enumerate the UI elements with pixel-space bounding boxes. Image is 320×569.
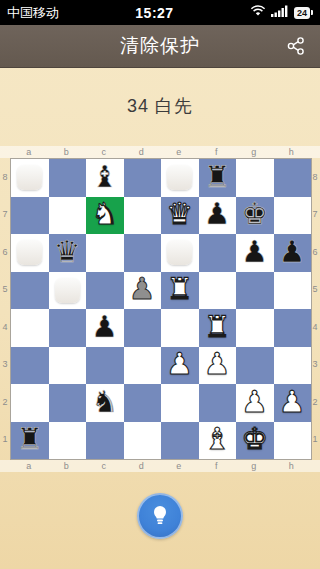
white-bishop-f1[interactable]: ♝ xyxy=(204,424,231,454)
square-g2[interactable]: ♟ xyxy=(236,384,274,422)
square-g5[interactable] xyxy=(236,272,274,310)
battery-level: 24 xyxy=(294,7,310,19)
square-c3[interactable] xyxy=(86,347,124,385)
clock: 15:27 xyxy=(59,5,250,21)
rank-label-5: 5 xyxy=(310,271,320,309)
square-e1[interactable] xyxy=(161,422,199,460)
square-f1[interactable]: ♝ xyxy=(199,422,237,460)
faded-black-pawn-d5[interactable]: ♟ xyxy=(129,274,156,304)
square-d8[interactable] xyxy=(124,159,162,197)
square-a5[interactable] xyxy=(11,272,49,310)
square-h4[interactable] xyxy=(274,309,312,347)
rank-label-6: 6 xyxy=(0,233,10,271)
white-pawn-h2[interactable]: ♟ xyxy=(279,387,306,417)
square-e3[interactable]: ♟ xyxy=(161,347,199,385)
square-f5[interactable] xyxy=(199,272,237,310)
file-label-b: b xyxy=(48,146,86,158)
black-pawn-g6[interactable]: ♟ xyxy=(241,237,268,267)
square-h3[interactable] xyxy=(274,347,312,385)
square-g4[interactable] xyxy=(236,309,274,347)
share-icon xyxy=(286,36,306,56)
rank-label-2: 2 xyxy=(310,383,320,421)
battery-icon: 24 xyxy=(294,7,313,19)
square-d2[interactable] xyxy=(124,384,162,422)
square-g1[interactable]: ♚ xyxy=(236,422,274,460)
square-f6[interactable] xyxy=(199,234,237,272)
lightbulb-icon xyxy=(150,505,170,527)
file-label-h: h xyxy=(273,460,311,472)
rank-labels-right: 87654321 xyxy=(310,158,320,460)
square-a4[interactable] xyxy=(11,309,49,347)
square-f4[interactable]: ♜ xyxy=(199,309,237,347)
white-queen-e7[interactable]: ♛ xyxy=(166,199,193,229)
black-pawn-f7[interactable]: ♟ xyxy=(204,199,231,229)
square-h5[interactable] xyxy=(274,272,312,310)
file-label-c: c xyxy=(85,146,123,158)
file-label-a: a xyxy=(10,146,48,158)
square-c7[interactable]: ♞ xyxy=(86,197,124,235)
file-label-d: d xyxy=(123,460,161,472)
square-c8[interactable]: ♝ xyxy=(86,159,124,197)
rank-label-5: 5 xyxy=(0,271,10,309)
white-pawn-f3[interactable]: ♟ xyxy=(204,349,231,379)
file-label-g: g xyxy=(235,146,273,158)
file-label-h: h xyxy=(273,146,311,158)
square-e7[interactable]: ♛ xyxy=(161,197,199,235)
black-rook-a1[interactable]: ♜ xyxy=(16,424,43,454)
white-pawn-e3[interactable]: ♟ xyxy=(166,349,193,379)
white-king-g1[interactable]: ♚ xyxy=(241,424,268,454)
rank-label-8: 8 xyxy=(0,158,10,196)
page-title: 清除保护 xyxy=(120,33,200,59)
file-label-c: c xyxy=(85,460,123,472)
rank-label-7: 7 xyxy=(310,196,320,234)
black-rook-f8[interactable]: ♜ xyxy=(204,162,231,192)
white-pawn-g2[interactable]: ♟ xyxy=(241,387,268,417)
square-b8[interactable] xyxy=(49,159,87,197)
square-a7[interactable] xyxy=(11,197,49,235)
square-e4[interactable] xyxy=(161,309,199,347)
rank-label-1: 1 xyxy=(0,421,10,459)
hint-button[interactable] xyxy=(137,493,183,539)
file-label-f: f xyxy=(198,460,236,472)
wifi-icon xyxy=(250,5,266,20)
ghost-marker-e6 xyxy=(167,240,192,265)
file-label-e: e xyxy=(160,146,198,158)
ghost-marker-b5 xyxy=(55,278,80,303)
square-h6[interactable]: ♟ xyxy=(274,234,312,272)
file-label-g: g xyxy=(235,460,273,472)
board-area: abcdefgh 87654321 ♝♜♞♛♟♚♛♟♟♟♜♟♜♟♟♞♟♟♜♝♚ … xyxy=(0,146,320,472)
square-b7[interactable] xyxy=(49,197,87,235)
file-label-b: b xyxy=(48,460,86,472)
square-a8[interactable] xyxy=(11,159,49,197)
black-knight-c2[interactable]: ♞ xyxy=(91,387,118,417)
square-d3[interactable] xyxy=(124,347,162,385)
square-g8[interactable] xyxy=(236,159,274,197)
square-d1[interactable] xyxy=(124,422,162,460)
black-queen-b6[interactable]: ♛ xyxy=(54,237,81,267)
square-a6[interactable] xyxy=(11,234,49,272)
rank-label-2: 2 xyxy=(0,383,10,421)
square-b6[interactable]: ♛ xyxy=(49,234,87,272)
square-b5[interactable] xyxy=(49,272,87,310)
square-b3[interactable] xyxy=(49,347,87,385)
file-label-f: f xyxy=(198,146,236,158)
square-d7[interactable] xyxy=(124,197,162,235)
square-c4[interactable]: ♟ xyxy=(86,309,124,347)
rank-label-7: 7 xyxy=(0,196,10,234)
square-e8[interactable] xyxy=(161,159,199,197)
file-labels-top: abcdefgh xyxy=(0,146,320,158)
white-knight-c7[interactable]: ♞ xyxy=(91,199,118,229)
black-pawn-c4[interactable]: ♟ xyxy=(91,312,118,342)
file-label-d: d xyxy=(123,146,161,158)
ghost-marker-a6 xyxy=(17,240,42,265)
square-g6[interactable]: ♟ xyxy=(236,234,274,272)
file-label-a: a xyxy=(10,460,48,472)
square-g7[interactable]: ♚ xyxy=(236,197,274,235)
square-f3[interactable]: ♟ xyxy=(199,347,237,385)
rank-label-8: 8 xyxy=(310,158,320,196)
square-e5[interactable]: ♜ xyxy=(161,272,199,310)
rank-label-3: 3 xyxy=(0,346,10,384)
white-rook-f4[interactable]: ♜ xyxy=(204,312,231,342)
rank-label-1: 1 xyxy=(310,421,320,459)
status-bar: 中国移动 15:27 24 xyxy=(0,0,320,25)
square-g3[interactable] xyxy=(236,347,274,385)
rank-label-6: 6 xyxy=(310,233,320,271)
rank-labels-left: 87654321 xyxy=(0,158,10,460)
chess-board[interactable]: ♝♜♞♛♟♚♛♟♟♟♜♟♜♟♟♞♟♟♜♝♚ xyxy=(10,158,312,460)
white-rook-e5[interactable]: ♜ xyxy=(166,274,193,304)
rank-label-3: 3 xyxy=(310,346,320,384)
carrier-label: 中国移动 xyxy=(7,4,59,22)
black-king-g7[interactable]: ♚ xyxy=(241,199,268,229)
black-bishop-c8[interactable]: ♝ xyxy=(91,162,118,192)
ghost-marker-e8 xyxy=(167,165,192,190)
square-h7[interactable] xyxy=(274,197,312,235)
square-d6[interactable] xyxy=(124,234,162,272)
share-button[interactable] xyxy=(284,34,308,58)
square-f2[interactable] xyxy=(199,384,237,422)
file-labels-bottom: abcdefgh xyxy=(0,460,320,472)
puzzle-heading: 34 白先 xyxy=(0,68,320,118)
rank-label-4: 4 xyxy=(310,308,320,346)
square-f7[interactable]: ♟ xyxy=(199,197,237,235)
square-h1[interactable] xyxy=(274,422,312,460)
square-c6[interactable] xyxy=(86,234,124,272)
square-a1[interactable]: ♜ xyxy=(11,422,49,460)
square-f8[interactable]: ♜ xyxy=(199,159,237,197)
square-a3[interactable] xyxy=(11,347,49,385)
black-pawn-h6[interactable]: ♟ xyxy=(279,237,306,267)
square-c1[interactable] xyxy=(86,422,124,460)
signal-bars-icon xyxy=(271,5,289,20)
ghost-marker-a8 xyxy=(17,165,42,190)
square-b2[interactable] xyxy=(49,384,87,422)
square-e2[interactable] xyxy=(161,384,199,422)
file-label-e: e xyxy=(160,460,198,472)
rank-label-4: 4 xyxy=(0,308,10,346)
square-c5[interactable] xyxy=(86,272,124,310)
header: 清除保护 xyxy=(0,25,320,68)
square-c2[interactable]: ♞ xyxy=(86,384,124,422)
square-e6[interactable] xyxy=(161,234,199,272)
square-b4[interactable] xyxy=(49,309,87,347)
square-a2[interactable] xyxy=(11,384,49,422)
square-d5[interactable]: ♟ xyxy=(124,272,162,310)
square-d4[interactable] xyxy=(124,309,162,347)
square-h8[interactable] xyxy=(274,159,312,197)
square-h2[interactable]: ♟ xyxy=(274,384,312,422)
square-b1[interactable] xyxy=(49,422,87,460)
